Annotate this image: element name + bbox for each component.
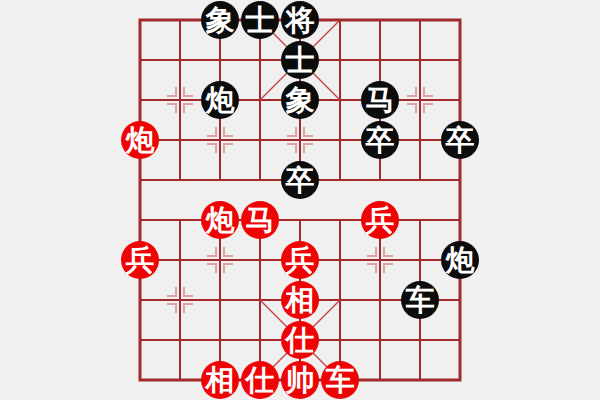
piece-black-soldier-1[interactable]: 卒 bbox=[361, 121, 399, 159]
piece-red-cannon-1[interactable]: 炮 bbox=[121, 121, 159, 159]
piece-black-advisor-1[interactable]: 士 bbox=[241, 1, 279, 39]
piece-red-chariot-1[interactable]: 车 bbox=[321, 361, 359, 399]
piece-black-cannon-1[interactable]: 炮 bbox=[201, 81, 239, 119]
piece-black-horse-1[interactable]: 马 bbox=[361, 81, 399, 119]
piece-red-advisor-1[interactable]: 仕 bbox=[281, 321, 319, 359]
piece-red-general[interactable]: 帅 bbox=[281, 361, 319, 399]
piece-red-soldier-2[interactable]: 兵 bbox=[121, 241, 159, 279]
piece-black-elephant-2[interactable]: 象 bbox=[281, 81, 319, 119]
piece-red-elephant-1[interactable]: 相 bbox=[281, 281, 319, 319]
piece-red-advisor-2[interactable]: 仕 bbox=[241, 361, 279, 399]
piece-black-elephant-1[interactable]: 象 bbox=[201, 1, 239, 39]
piece-black-soldier-2[interactable]: 卒 bbox=[441, 121, 479, 159]
piece-red-horse-1[interactable]: 马 bbox=[241, 201, 279, 239]
piece-black-general[interactable]: 将 bbox=[281, 1, 319, 39]
piece-black-chariot-1[interactable]: 车 bbox=[401, 281, 439, 319]
xiangqi-board-screen: 象士将士炮象马卒卒卒炮车炮炮马兵兵兵相仕相仕帅车 bbox=[0, 0, 600, 400]
piece-red-soldier-1[interactable]: 兵 bbox=[361, 201, 399, 239]
piece-black-soldier-3[interactable]: 卒 bbox=[281, 161, 319, 199]
piece-red-cannon-2[interactable]: 炮 bbox=[201, 201, 239, 239]
piece-black-advisor-2[interactable]: 士 bbox=[281, 41, 319, 79]
piece-black-cannon-2[interactable]: 炮 bbox=[441, 241, 479, 279]
piece-red-elephant-2[interactable]: 相 bbox=[201, 361, 239, 399]
piece-red-soldier-3[interactable]: 兵 bbox=[281, 241, 319, 279]
